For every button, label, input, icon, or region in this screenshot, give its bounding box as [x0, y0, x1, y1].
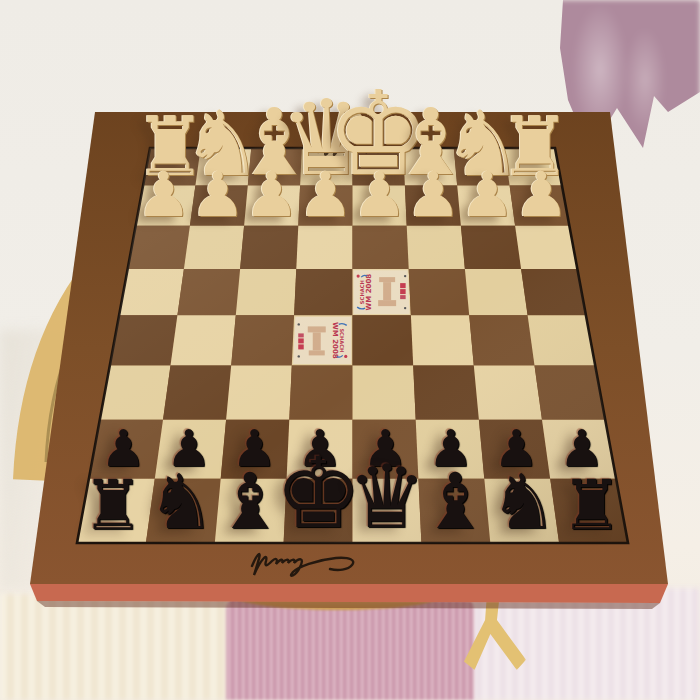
square-f6[interactable]: [413, 366, 479, 420]
square-a3[interactable]: [128, 226, 190, 269]
square-h6[interactable]: [535, 366, 606, 420]
wm2008-sticker-d5: SCHACHWM 2008: [293, 317, 351, 364]
piece-white-pawn-e2[interactable]: ♟: [352, 164, 408, 226]
square-a4[interactable]: [119, 269, 184, 315]
square-a6[interactable]: [100, 366, 171, 420]
piece-black-rook-a8[interactable]: ♜: [82, 471, 144, 540]
square-b5[interactable]: [171, 315, 236, 365]
photo-scene: SCHACHWM 2008SCHACHWM 2008 ♜♞♝♛♚♝♞♜♟♟♟♟♟…: [0, 0, 700, 700]
svg-text:WM 2008: WM 2008: [331, 322, 339, 359]
piece-black-bishop-f8[interactable]: ♝: [420, 463, 489, 540]
piece-black-rook-h8[interactable]: ♜: [561, 471, 623, 540]
frame-edge-band: [30, 584, 668, 603]
piece-white-pawn-f2[interactable]: ♟: [406, 164, 462, 226]
square-g5[interactable]: [469, 315, 534, 365]
square-e3[interactable]: [353, 226, 409, 269]
square-c6[interactable]: [226, 366, 292, 420]
square-h3[interactable]: [515, 226, 577, 269]
square-c4[interactable]: [236, 269, 296, 315]
square-e5[interactable]: [353, 315, 414, 365]
piece-white-pawn-g2[interactable]: ♟: [460, 164, 516, 226]
piece-white-pawn-c2[interactable]: ♟: [244, 164, 300, 226]
square-h4[interactable]: [521, 269, 586, 315]
piece-white-pawn-d2[interactable]: ♟: [298, 164, 354, 226]
square-c3[interactable]: [240, 226, 298, 269]
square-g6[interactable]: [474, 366, 542, 420]
piece-black-queen-e8[interactable]: ♛: [348, 454, 426, 541]
square-f4[interactable]: [409, 269, 470, 315]
square-g3[interactable]: [461, 226, 521, 269]
square-d3[interactable]: [296, 226, 352, 269]
piece-black-knight-b8[interactable]: ♞: [148, 465, 216, 541]
square-d6[interactable]: [289, 366, 352, 420]
wm2008-sticker-e4: SCHACHWM 2008: [354, 270, 410, 314]
svg-text:WM 2008: WM 2008: [365, 274, 373, 311]
square-a5[interactable]: [110, 315, 178, 365]
square-g4[interactable]: [465, 269, 528, 315]
square-f5[interactable]: [411, 315, 474, 365]
square-b6[interactable]: [163, 366, 231, 420]
piece-black-knight-g8[interactable]: ♞: [490, 465, 558, 541]
square-h5[interactable]: [528, 315, 596, 365]
square-c5[interactable]: [231, 315, 294, 365]
piece-white-pawn-a2[interactable]: ♟: [136, 164, 192, 226]
square-e6[interactable]: [353, 366, 416, 420]
square-f3[interactable]: [407, 226, 465, 269]
square-b3[interactable]: [184, 226, 244, 269]
square-d4[interactable]: [294, 269, 352, 315]
piece-white-pawn-h2[interactable]: ♟: [513, 164, 569, 226]
square-b4[interactable]: [177, 269, 240, 315]
piece-white-pawn-b2[interactable]: ♟: [190, 164, 246, 226]
